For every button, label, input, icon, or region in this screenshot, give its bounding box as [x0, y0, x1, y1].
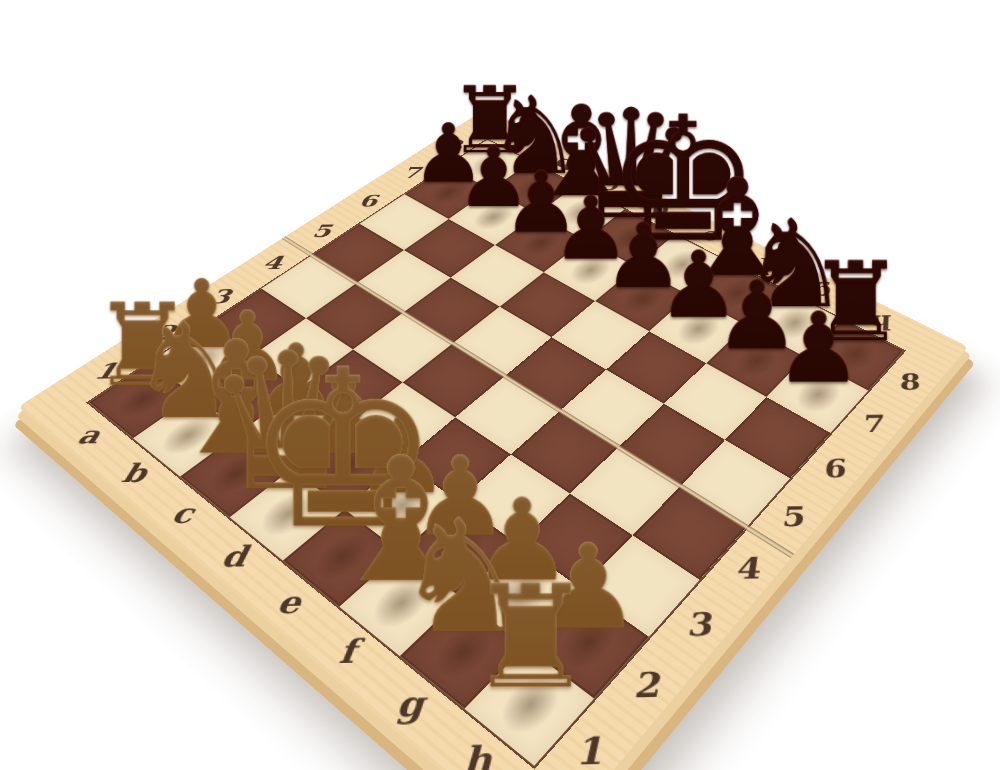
rank-label-8-lower: 8: [867, 364, 950, 400]
file-label-g-near: g: [375, 662, 443, 748]
chess-board: 12345678 12345678 abcdefgh abcdefgh ♜♟♟♜…: [18, 109, 968, 770]
scene: 12345678 12345678 abcdefgh abcdefgh ♜♟♟♜…: [0, 0, 1000, 770]
square-h7[interactable]: ♟: [767, 357, 869, 433]
photo-background: 12345678 12345678 abcdefgh abcdefgh ♜♟♟♜…: [0, 0, 1000, 770]
white-rook-glyph: ♜: [467, 566, 595, 709]
black-pawn-glyph: ♟: [775, 300, 862, 398]
board-tilt-wrapper: 12345678 12345678 abcdefgh abcdefgh ♜♟♟♜…: [18, 109, 968, 770]
board-squares: ♜♟♟♜♞♟♟♞♝♟♟♝♛♟♟♛♚♟♟♚♝♟♟♝♞♟♟♞♜♟♟♜: [86, 138, 906, 769]
